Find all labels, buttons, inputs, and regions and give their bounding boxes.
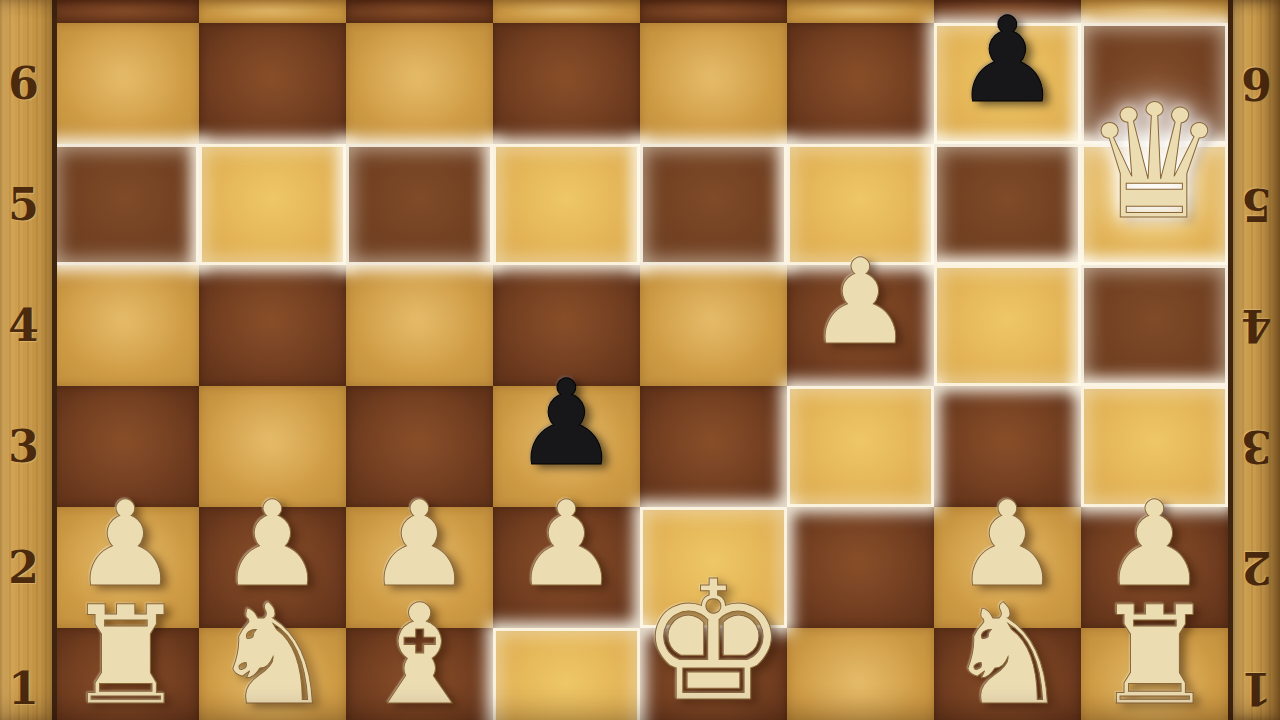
rank-label-right-2: 2 (1233, 507, 1280, 628)
rank-label-right-6: 6 (1233, 23, 1280, 144)
square-e4[interactable] (640, 265, 787, 386)
square-e7[interactable] (640, 0, 787, 23)
chess-app-screen: ♟♛♟♟♟♟♟♟♟♟♜♞♝♚♞♜ 654321 654321 (0, 0, 1280, 720)
rank-label-left-4: 4 (0, 265, 47, 386)
square-f7[interactable] (787, 0, 934, 23)
rank-label-right-3: 3 (1233, 386, 1280, 507)
rank-label-left-2: 2 (0, 507, 47, 628)
square-d7[interactable] (493, 0, 640, 23)
rank-label-left-6: 6 (0, 23, 47, 144)
left-rank-strip: 654321 (0, 0, 57, 720)
white-knight[interactable]: ♞ (210, 589, 335, 720)
black-pawn[interactable]: ♟ (514, 367, 620, 479)
square-c4[interactable] (346, 265, 493, 386)
square-d2[interactable]: ♟ (493, 507, 640, 628)
black-pawn[interactable]: ♟ (955, 4, 1061, 116)
square-h1[interactable]: ♜ (1081, 628, 1228, 720)
square-b5[interactable] (199, 144, 346, 265)
square-f3[interactable] (787, 386, 934, 507)
rank-label-right-1: 1 (1233, 628, 1280, 720)
white-pawn[interactable]: ♟ (514, 488, 620, 600)
white-knight[interactable]: ♞ (945, 589, 1070, 720)
square-g4[interactable] (934, 265, 1081, 386)
right-rank-strip: 654321 (1228, 0, 1280, 720)
white-bishop[interactable]: ♝ (357, 589, 482, 720)
white-pawn[interactable]: ♟ (808, 246, 914, 358)
square-b7[interactable] (199, 0, 346, 23)
rank-label-right-5: 5 (1233, 144, 1280, 265)
square-a7[interactable] (52, 0, 199, 23)
square-h7[interactable] (1081, 0, 1228, 23)
square-e5[interactable] (640, 144, 787, 265)
rank-label-right-4: 4 (1233, 265, 1280, 386)
square-h5[interactable]: ♛ (1081, 144, 1228, 265)
square-e1[interactable]: ♚ (640, 628, 787, 720)
square-a4[interactable] (52, 265, 199, 386)
square-c7[interactable] (346, 0, 493, 23)
square-g6[interactable]: ♟ (934, 23, 1081, 144)
square-b6[interactable] (199, 23, 346, 144)
white-rook[interactable]: ♜ (65, 592, 187, 720)
square-f2[interactable] (787, 507, 934, 628)
square-g5[interactable] (934, 144, 1081, 265)
square-f4[interactable]: ♟ (787, 265, 934, 386)
square-h4[interactable] (1081, 265, 1228, 386)
square-e6[interactable] (640, 23, 787, 144)
square-a1[interactable]: ♜ (52, 628, 199, 720)
square-e3[interactable] (640, 386, 787, 507)
square-a6[interactable] (52, 23, 199, 144)
square-a5[interactable] (52, 144, 199, 265)
square-d6[interactable] (493, 23, 640, 144)
square-f6[interactable] (787, 23, 934, 144)
white-rook[interactable]: ♜ (1094, 592, 1216, 720)
square-g1[interactable]: ♞ (934, 628, 1081, 720)
square-c6[interactable] (346, 23, 493, 144)
rank-label-left-1: 1 (0, 628, 47, 720)
square-d5[interactable] (493, 144, 640, 265)
square-d1[interactable] (493, 628, 640, 720)
board: ♟♛♟♟♟♟♟♟♟♟♜♞♝♚♞♜ (52, 0, 1228, 720)
square-c5[interactable] (346, 144, 493, 265)
rank-label-left-3: 3 (0, 386, 47, 507)
square-b1[interactable]: ♞ (199, 628, 346, 720)
white-king[interactable]: ♚ (639, 563, 788, 720)
rank-label-left-5: 5 (0, 144, 47, 265)
square-f1[interactable] (787, 628, 934, 720)
white-queen[interactable]: ♛ (1084, 87, 1226, 237)
square-c1[interactable]: ♝ (346, 628, 493, 720)
square-b4[interactable] (199, 265, 346, 386)
